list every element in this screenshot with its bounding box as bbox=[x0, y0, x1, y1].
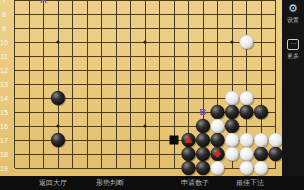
black-stone bbox=[51, 133, 66, 148]
row-coordinate-label: 19 bbox=[0, 165, 8, 172]
black-stone bbox=[196, 147, 211, 162]
white-stone bbox=[254, 133, 269, 148]
bottom-toolbar: 返回大厅 形势判断 申请数子 最佳下法 bbox=[0, 176, 304, 190]
row-coordinate-label: 18 bbox=[0, 151, 8, 158]
white-stone bbox=[211, 161, 226, 176]
white-stone bbox=[254, 161, 269, 176]
return-lobby-button[interactable]: 返回大厅 bbox=[39, 176, 67, 190]
black-stone bbox=[211, 105, 226, 120]
black-stone bbox=[225, 105, 240, 120]
white-stone bbox=[240, 35, 255, 50]
black-stone bbox=[269, 147, 282, 162]
white-stone bbox=[240, 161, 255, 176]
more-icon: ⋯ bbox=[287, 39, 299, 50]
go-app-screen: 78910111213141516171819AB ⚙ 设置 ⋯ 更多 返回大厅… bbox=[0, 0, 304, 190]
row-coordinate-label: 12 bbox=[0, 67, 8, 74]
white-stone bbox=[240, 91, 255, 106]
black-stone bbox=[225, 119, 240, 134]
black-stone bbox=[240, 105, 255, 120]
black-stone bbox=[196, 133, 211, 148]
settings-label: 设置 bbox=[287, 16, 299, 25]
request-count-button[interactable]: 申请数子 bbox=[181, 176, 209, 190]
go-board-canvas[interactable]: 78910111213141516171819AB bbox=[0, 0, 282, 176]
black-stone bbox=[51, 91, 66, 106]
star-point bbox=[56, 124, 59, 127]
white-stone bbox=[225, 133, 240, 148]
black-stone bbox=[182, 147, 197, 162]
square-marker bbox=[170, 136, 179, 145]
white-stone bbox=[240, 133, 255, 148]
row-coordinate-label: 11 bbox=[0, 53, 7, 60]
gear-icon: ⚙ bbox=[288, 3, 298, 14]
move-label-A: A bbox=[40, 0, 47, 5]
black-stone bbox=[196, 161, 211, 176]
row-coordinate-label: 16 bbox=[0, 123, 8, 130]
position-judge-button[interactable]: 形势判断 bbox=[96, 176, 124, 190]
row-coordinate-label: 15 bbox=[0, 109, 8, 116]
black-stone bbox=[211, 133, 226, 148]
white-stone bbox=[225, 147, 240, 162]
move-label-B: B bbox=[200, 106, 207, 117]
star-point bbox=[143, 124, 146, 127]
star-point bbox=[143, 40, 146, 43]
white-stone bbox=[269, 133, 282, 148]
black-stone bbox=[254, 147, 269, 162]
best-move-button[interactable]: 最佳下法 bbox=[236, 176, 264, 190]
star-point bbox=[56, 40, 59, 43]
more-label: 更多 bbox=[287, 52, 299, 61]
row-coordinate-label: 10 bbox=[0, 39, 8, 46]
row-coordinate-label: 7 bbox=[2, 0, 6, 4]
more-button[interactable]: ⋯ 更多 bbox=[287, 39, 299, 61]
row-coordinate-label: 17 bbox=[0, 137, 8, 144]
white-stone bbox=[225, 91, 240, 106]
star-point bbox=[230, 40, 233, 43]
row-coordinate-label: 13 bbox=[0, 81, 8, 88]
black-stone bbox=[182, 161, 197, 176]
black-stone bbox=[196, 119, 211, 134]
row-coordinate-label: 9 bbox=[2, 25, 6, 32]
settings-button[interactable]: ⚙ 设置 bbox=[287, 3, 299, 25]
go-board[interactable]: 78910111213141516171819AB bbox=[0, 0, 282, 176]
white-stone bbox=[211, 119, 226, 134]
row-coordinate-label: 8 bbox=[2, 11, 6, 18]
row-coordinate-label: 14 bbox=[0, 95, 8, 102]
black-stone bbox=[254, 105, 269, 120]
right-sidebar: ⚙ 设置 ⋯ 更多 bbox=[282, 0, 304, 176]
white-stone bbox=[240, 147, 255, 162]
